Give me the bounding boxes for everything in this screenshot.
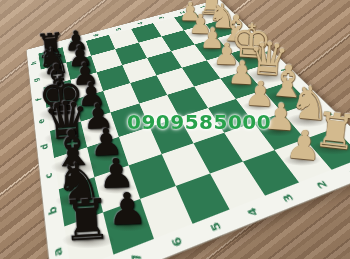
chess-set-photo-scene: hhggffeeddccbbaa8877665544332211 ♜♞♝♛♚♝♞…: [0, 0, 350, 259]
pawn-glyph: ♟: [284, 124, 323, 167]
watermark-text: 0909585000: [127, 112, 271, 132]
rook-glyph: ♜: [60, 191, 113, 249]
pawn-glyph: ♟: [107, 187, 148, 232]
